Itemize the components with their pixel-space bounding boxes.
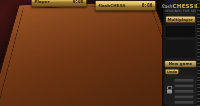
locked-feature-panel bbox=[165, 76, 197, 104]
info-panel bbox=[165, 40, 197, 59]
board-3d-scene bbox=[8, 0, 170, 106]
white-player-clock: 0:00 bbox=[73, 0, 84, 4]
list-item bbox=[174, 84, 194, 88]
white-player-name: Player bbox=[35, 0, 50, 4]
undo-button[interactable]: Undo bbox=[165, 69, 179, 75]
sidebar: flash CHESS III DESIGNED FOR SERIOUS PLA… bbox=[162, 0, 200, 106]
logo-flash: flash bbox=[161, 4, 172, 9]
list-item bbox=[174, 95, 194, 99]
list-item bbox=[174, 90, 194, 94]
black-player-name: flashCHESS bbox=[99, 3, 126, 8]
list-item bbox=[174, 101, 194, 105]
black-player-clock: 0:00 bbox=[142, 3, 153, 8]
locked-list bbox=[174, 79, 194, 102]
player-plate-black: flashCHESS 0:00 bbox=[95, 1, 156, 11]
multiplayer-button[interactable]: Multiplayer bbox=[165, 16, 195, 23]
flashchess-app: Player 0:00 flashCHESS 0:00 flash CHESS … bbox=[0, 0, 200, 106]
sidebar-scroll-rail[interactable] bbox=[197, 0, 200, 106]
player-plate-white: Player 0:00 bbox=[31, 0, 87, 7]
new-game-button[interactable]: New game bbox=[165, 61, 197, 68]
lock-icon bbox=[167, 79, 173, 102]
move-list[interactable] bbox=[165, 25, 197, 38]
list-item bbox=[174, 79, 194, 83]
logo-tagline: DESIGNED FOR SERIOUS PLAY bbox=[165, 9, 197, 14]
